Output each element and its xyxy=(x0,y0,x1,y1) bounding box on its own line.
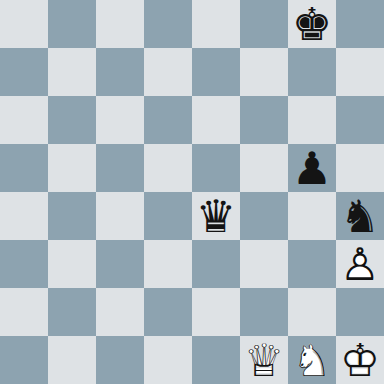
square-g6[interactable] xyxy=(288,96,336,144)
square-g4[interactable] xyxy=(288,192,336,240)
square-c8[interactable] xyxy=(96,0,144,48)
black-queen-glyph: ♛ xyxy=(192,192,240,240)
chess-board: ♚♟♛♞♟♙♛♕♞♘♚♔ xyxy=(0,0,384,384)
square-c6[interactable] xyxy=(96,96,144,144)
square-f2[interactable] xyxy=(240,288,288,336)
square-d2[interactable] xyxy=(144,288,192,336)
square-b3[interactable] xyxy=(48,240,96,288)
square-c4[interactable] xyxy=(96,192,144,240)
black-queen: ♛ xyxy=(192,192,240,240)
square-g7[interactable] xyxy=(288,48,336,96)
square-h8[interactable] xyxy=(336,0,384,48)
square-e3[interactable] xyxy=(192,240,240,288)
square-e4[interactable]: ♛ xyxy=(192,192,240,240)
square-d8[interactable] xyxy=(144,0,192,48)
square-d5[interactable] xyxy=(144,144,192,192)
square-h1[interactable]: ♚♔ xyxy=(336,336,384,384)
black-pawn: ♟ xyxy=(288,144,336,192)
square-f8[interactable] xyxy=(240,0,288,48)
black-knight: ♞ xyxy=(336,192,384,240)
square-g2[interactable] xyxy=(288,288,336,336)
square-a4[interactable] xyxy=(0,192,48,240)
square-c3[interactable] xyxy=(96,240,144,288)
square-e1[interactable] xyxy=(192,336,240,384)
square-a3[interactable] xyxy=(0,240,48,288)
square-a7[interactable] xyxy=(0,48,48,96)
square-g1[interactable]: ♞♘ xyxy=(288,336,336,384)
square-h7[interactable] xyxy=(336,48,384,96)
square-f7[interactable] xyxy=(240,48,288,96)
square-h6[interactable] xyxy=(336,96,384,144)
white-king-outline: ♔ xyxy=(336,336,384,384)
square-h5[interactable] xyxy=(336,144,384,192)
square-b2[interactable] xyxy=(48,288,96,336)
square-d4[interactable] xyxy=(144,192,192,240)
square-d6[interactable] xyxy=(144,96,192,144)
square-h3[interactable]: ♟♙ xyxy=(336,240,384,288)
square-e8[interactable] xyxy=(192,0,240,48)
square-b8[interactable] xyxy=(48,0,96,48)
black-king: ♚ xyxy=(288,0,336,48)
black-pawn-glyph: ♟ xyxy=(288,144,336,192)
white-queen: ♛♕ xyxy=(240,336,288,384)
square-b7[interactable] xyxy=(48,48,96,96)
square-d7[interactable] xyxy=(144,48,192,96)
square-a2[interactable] xyxy=(0,288,48,336)
white-knight: ♞♘ xyxy=(288,336,336,384)
white-pawn: ♟♙ xyxy=(336,240,384,288)
white-queen-outline: ♕ xyxy=(240,336,288,384)
square-e2[interactable] xyxy=(192,288,240,336)
square-f1[interactable]: ♛♕ xyxy=(240,336,288,384)
square-b1[interactable] xyxy=(48,336,96,384)
square-g3[interactable] xyxy=(288,240,336,288)
square-c7[interactable] xyxy=(96,48,144,96)
square-a5[interactable] xyxy=(0,144,48,192)
square-d1[interactable] xyxy=(144,336,192,384)
square-f6[interactable] xyxy=(240,96,288,144)
black-knight-glyph: ♞ xyxy=(336,192,384,240)
square-f3[interactable] xyxy=(240,240,288,288)
square-h4[interactable]: ♞ xyxy=(336,192,384,240)
square-f4[interactable] xyxy=(240,192,288,240)
square-a6[interactable] xyxy=(0,96,48,144)
white-pawn-outline: ♙ xyxy=(336,240,384,288)
square-e7[interactable] xyxy=(192,48,240,96)
white-knight-outline: ♘ xyxy=(288,336,336,384)
square-e6[interactable] xyxy=(192,96,240,144)
square-c1[interactable] xyxy=(96,336,144,384)
square-c5[interactable] xyxy=(96,144,144,192)
square-b5[interactable] xyxy=(48,144,96,192)
square-g8[interactable]: ♚ xyxy=(288,0,336,48)
square-f5[interactable] xyxy=(240,144,288,192)
white-king: ♚♔ xyxy=(336,336,384,384)
square-b4[interactable] xyxy=(48,192,96,240)
black-king-glyph: ♚ xyxy=(288,0,336,48)
square-h2[interactable] xyxy=(336,288,384,336)
square-a8[interactable] xyxy=(0,0,48,48)
square-c2[interactable] xyxy=(96,288,144,336)
square-b6[interactable] xyxy=(48,96,96,144)
square-d3[interactable] xyxy=(144,240,192,288)
square-a1[interactable] xyxy=(0,336,48,384)
square-g5[interactable]: ♟ xyxy=(288,144,336,192)
square-e5[interactable] xyxy=(192,144,240,192)
